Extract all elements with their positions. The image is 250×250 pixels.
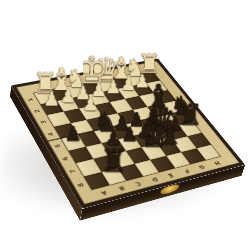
chess-board[interactable]: 12345678ABCDEFGH ♜♝♞♚♛♝♞♜♟♟♟♟♟♟♟♟♝♟♞♟♟♟♞… [11,58,245,209]
black-pawn-icon: ♟ [64,124,82,142]
piece-black-pawn[interactable]: ♟ [64,120,82,142]
piece-black-rook[interactable]: ♜ [104,141,123,176]
black-king-icon: ♚ [135,113,172,151]
piece-black-king[interactable]: ♚ [144,106,162,152]
black-rook-icon: ♜ [99,147,127,176]
scene: 12345678ABCDEFGH ♜♝♞♚♛♝♞♜♟♟♟♟♟♟♟♟♝♟♞♟♟♟♞… [0,0,250,250]
product-photo: 12345678ABCDEFGH ♜♝♞♚♛♝♞♜♟♟♟♟♟♟♟♟♝♟♞♟♟♟♞… [0,0,250,250]
